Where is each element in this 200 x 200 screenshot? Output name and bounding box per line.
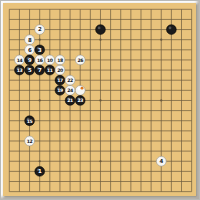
stone-white-16[interactable]: 16	[35, 55, 45, 65]
stone-white-14[interactable]: 14	[15, 55, 25, 65]
last-move-mark	[81, 87, 84, 90]
stone-white-24[interactable]: 24	[65, 85, 75, 95]
stone-black-9[interactable]: 9	[25, 55, 35, 65]
stone-black-23[interactable]: 23	[75, 96, 85, 106]
stone-black-11[interactable]: 11	[45, 65, 55, 75]
stone-black-1[interactable]: 1	[35, 166, 45, 176]
stone-white-4[interactable]: 4	[156, 156, 166, 166]
stone-black-21[interactable]: 21	[65, 96, 75, 106]
stone-black-13[interactable]: 13	[15, 65, 25, 75]
stone-black-7[interactable]: 7	[35, 65, 45, 75]
stone-black-plain[interactable]	[96, 25, 106, 35]
stone-black-5[interactable]: 5	[25, 65, 35, 75]
stone-black-15[interactable]: 15	[25, 116, 35, 126]
stone-white-12[interactable]: 12	[25, 136, 35, 146]
go-diagram: 2863149161018261357112017221924212315121…	[0, 0, 200, 200]
stone-white-22[interactable]: 22	[65, 75, 75, 85]
stone-black-19[interactable]: 19	[55, 85, 65, 95]
stone-black-plain[interactable]	[166, 25, 176, 35]
stone-white-26[interactable]: 26	[75, 55, 85, 65]
stone-white-20[interactable]: 20	[55, 65, 65, 75]
go-board-overlay: 2863149161018261357112017221924212315121…	[0, 0, 200, 200]
stone-white-6[interactable]: 6	[25, 45, 35, 55]
stone-white-plain[interactable]	[75, 85, 85, 95]
stone-white-18[interactable]: 18	[55, 55, 65, 65]
stone-white-2[interactable]: 2	[35, 25, 45, 35]
stone-black-17[interactable]: 17	[55, 75, 65, 85]
stone-black-3[interactable]: 3	[35, 45, 45, 55]
stone-white-8[interactable]: 8	[25, 35, 35, 45]
stone-white-10[interactable]: 10	[45, 55, 55, 65]
